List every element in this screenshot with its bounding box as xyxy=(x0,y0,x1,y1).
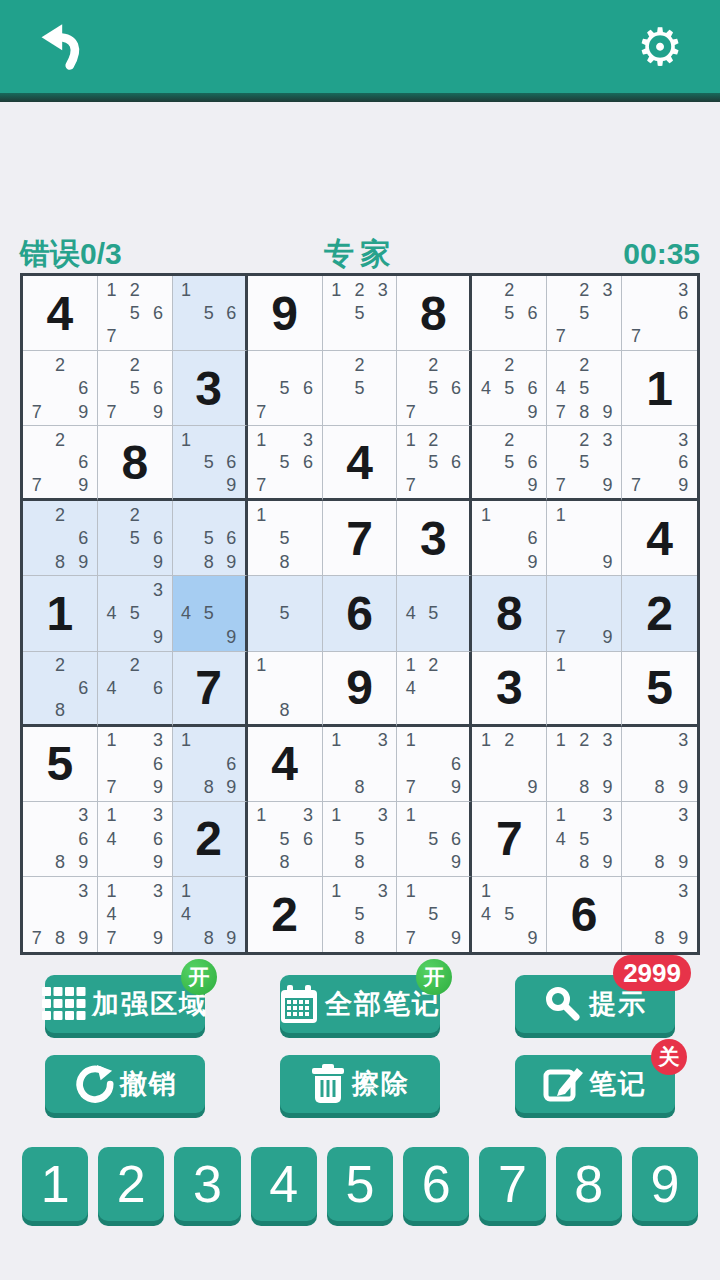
sudoku-board: 4125671569123582562357367267925679356725… xyxy=(20,273,700,955)
cell-r2c7[interactable]: 24569 xyxy=(472,351,547,426)
cell-notes: 13568 xyxy=(250,804,320,874)
difficulty-label: 专家 xyxy=(20,234,700,275)
cell-value: 9 xyxy=(248,276,322,350)
magnifier-icon xyxy=(543,984,583,1024)
cell-r1c9[interactable]: 367 xyxy=(622,276,697,351)
cell-r7c2[interactable]: 13679 xyxy=(98,727,173,802)
cell-notes: 138 xyxy=(325,729,395,799)
cell-notes: 169 xyxy=(474,503,544,573)
cell-r2c9[interactable]: 1 xyxy=(622,351,697,426)
cell-r4c7[interactable]: 169 xyxy=(472,501,547,576)
cell-value: 4 xyxy=(323,426,397,498)
cell-notes: 156 xyxy=(175,278,243,348)
cell-value: 2 xyxy=(248,877,322,952)
cell-value: 7 xyxy=(472,802,546,876)
hint-label: 提示 xyxy=(589,986,647,1022)
cell-r8c3[interactable]: 2 xyxy=(173,802,248,877)
cell-r9c6[interactable]: 1579 xyxy=(397,877,472,952)
cell-value: 5 xyxy=(23,727,97,801)
cell-r8c5[interactable]: 1358 xyxy=(323,802,398,877)
cell-r9c9[interactable]: 389 xyxy=(622,877,697,952)
appbar-shadow-strip xyxy=(0,93,720,102)
notes-mode-badge: 关 xyxy=(651,1039,687,1075)
cell-notes: 18 xyxy=(250,654,320,722)
cell-r1c6[interactable]: 8 xyxy=(397,276,472,351)
cell-r7c3[interactable]: 1689 xyxy=(173,727,248,802)
cell-notes: 3789 xyxy=(25,879,95,950)
cell-notes: 79 xyxy=(549,578,619,648)
cell-notes: 124 xyxy=(399,654,467,722)
strengthen-region-badge: 开 xyxy=(181,959,217,995)
cell-r5c3[interactable]: 459 xyxy=(173,576,248,651)
cell-r2c5[interactable]: 25 xyxy=(323,351,398,426)
cell-r2c6[interactable]: 2567 xyxy=(397,351,472,426)
cell-r1c5[interactable]: 1235 xyxy=(323,276,398,351)
cell-r1c3[interactable]: 156 xyxy=(173,276,248,351)
gear-icon: ⚙ xyxy=(637,21,684,73)
cell-r9c8[interactable]: 6 xyxy=(547,877,622,952)
cell-r2c2[interactable]: 25679 xyxy=(98,351,173,426)
all-notes-badge: 开 xyxy=(416,959,452,995)
cell-r3c1[interactable]: 2679 xyxy=(23,426,98,501)
cell-r8c9[interactable]: 389 xyxy=(622,802,697,877)
cell-notes: 2357 xyxy=(549,278,619,348)
cell-r7c6[interactable]: 1679 xyxy=(397,727,472,802)
calendar-icon xyxy=(279,984,319,1024)
cell-r1c7[interactable]: 256 xyxy=(472,276,547,351)
cell-r4c8[interactable]: 19 xyxy=(547,501,622,576)
undo-label: 撤销 xyxy=(120,1066,178,1102)
cell-r5c7[interactable]: 8 xyxy=(472,576,547,651)
numpad-5[interactable]: 5 xyxy=(327,1147,393,1221)
cell-r5c5[interactable]: 6 xyxy=(323,576,398,651)
cell-r6c2[interactable]: 246 xyxy=(98,652,173,727)
notes-mode-label: 笔记 xyxy=(589,1066,647,1102)
cell-r8c6[interactable]: 1569 xyxy=(397,802,472,877)
cell-notes: 3689 xyxy=(25,804,95,874)
erase-button[interactable]: 擦除 xyxy=(280,1055,440,1113)
numpad-8[interactable]: 8 xyxy=(556,1147,622,1221)
cell-r8c1[interactable]: 3689 xyxy=(23,802,98,877)
cell-r4c9[interactable]: 4 xyxy=(622,501,697,576)
cell-notes: 5689 xyxy=(175,503,243,573)
strengthen-region-button[interactable]: 加强区域 开 xyxy=(45,975,205,1033)
cell-notes: 2679 xyxy=(25,428,95,496)
cell-r4c6[interactable]: 3 xyxy=(397,501,472,576)
cell-notes: 1459 xyxy=(474,879,544,950)
cell-value: 5 xyxy=(622,652,697,724)
cell-r8c4[interactable]: 13568 xyxy=(248,802,323,877)
cell-notes: 2569 xyxy=(474,428,544,496)
cell-notes: 134589 xyxy=(549,804,619,874)
cell-notes: 13469 xyxy=(100,804,170,874)
cell-notes: 12567 xyxy=(100,278,170,348)
cell-r5c4[interactable]: 5 xyxy=(248,576,323,651)
cell-r2c1[interactable]: 2679 xyxy=(23,351,98,426)
cell-value: 2 xyxy=(622,576,697,650)
cell-r6c6[interactable]: 124 xyxy=(397,652,472,727)
cell-value: 2 xyxy=(173,802,245,876)
cell-value: 3 xyxy=(397,501,469,575)
cell-value: 8 xyxy=(98,426,172,498)
notes-mode-button[interactable]: 笔记 关 xyxy=(515,1055,675,1113)
cell-value: 9 xyxy=(323,652,397,724)
cell-notes: 1 xyxy=(549,654,619,722)
cell-value: 6 xyxy=(323,576,397,650)
cell-notes: 25679 xyxy=(100,353,170,423)
cell-value: 3 xyxy=(173,351,245,425)
cell-r5c6[interactable]: 45 xyxy=(397,576,472,651)
cell-notes: 45 xyxy=(399,578,467,648)
numpad-6[interactable]: 6 xyxy=(403,1147,469,1221)
cell-r9c5[interactable]: 1358 xyxy=(323,877,398,952)
all-notes-button[interactable]: 全部笔记 开 xyxy=(280,975,440,1033)
undo-icon xyxy=(72,1063,114,1105)
cell-notes: 12389 xyxy=(549,729,619,799)
cell-r3c3[interactable]: 1569 xyxy=(173,426,248,501)
cell-notes: 256 xyxy=(474,278,544,348)
cell-r8c2[interactable]: 13469 xyxy=(98,802,173,877)
cell-notes: 158 xyxy=(250,503,320,573)
cell-notes: 3679 xyxy=(624,428,695,496)
cell-notes: 268 xyxy=(25,654,95,722)
cell-r6c9[interactable]: 5 xyxy=(622,652,697,727)
cell-r1c8[interactable]: 2357 xyxy=(547,276,622,351)
cell-value: 4 xyxy=(248,727,322,801)
cell-value: 7 xyxy=(173,652,245,724)
numpad-3[interactable]: 3 xyxy=(174,1147,240,1221)
cell-r3c8[interactable]: 23579 xyxy=(547,426,622,501)
erase-label: 擦除 xyxy=(352,1066,410,1102)
cell-r7c4[interactable]: 4 xyxy=(248,727,323,802)
cell-value: 8 xyxy=(472,576,546,650)
app-bar: ⚙ xyxy=(0,0,720,93)
cell-r9c7[interactable]: 1459 xyxy=(472,877,547,952)
cell-r8c7[interactable]: 7 xyxy=(472,802,547,877)
cell-notes: 13679 xyxy=(100,729,170,799)
cell-r7c5[interactable]: 138 xyxy=(323,727,398,802)
cell-notes: 19 xyxy=(549,503,619,573)
cell-notes: 1679 xyxy=(399,729,467,799)
cell-notes: 25 xyxy=(325,353,395,423)
cell-value: 1 xyxy=(622,351,697,425)
cell-r5c1[interactable]: 1 xyxy=(23,576,98,651)
cell-notes: 12567 xyxy=(399,428,467,496)
back-icon xyxy=(34,21,86,73)
cell-r6c1[interactable]: 268 xyxy=(23,652,98,727)
cell-r3c5[interactable]: 4 xyxy=(323,426,398,501)
cell-r6c7[interactable]: 3 xyxy=(472,652,547,727)
cell-value: 3 xyxy=(472,652,546,724)
back-button[interactable] xyxy=(30,17,90,77)
cell-notes: 24569 xyxy=(474,353,544,423)
cell-notes: 1579 xyxy=(399,879,467,950)
cell-notes: 2567 xyxy=(399,353,467,423)
cell-r7c9[interactable]: 389 xyxy=(622,727,697,802)
numpad-7[interactable]: 7 xyxy=(479,1147,545,1221)
cell-r5c2[interactable]: 3459 xyxy=(98,576,173,651)
cell-r4c3[interactable]: 5689 xyxy=(173,501,248,576)
cell-r9c4[interactable]: 2 xyxy=(248,877,323,952)
cell-value: 6 xyxy=(547,877,621,952)
cell-notes: 389 xyxy=(624,879,695,950)
cell-notes: 1569 xyxy=(399,804,467,874)
cell-notes: 567 xyxy=(250,353,320,423)
cell-notes: 245789 xyxy=(549,353,619,423)
cell-r4c4[interactable]: 158 xyxy=(248,501,323,576)
settings-button[interactable]: ⚙ xyxy=(630,17,690,77)
hint-button[interactable]: 提示 2999 xyxy=(515,975,675,1033)
numpad-4[interactable]: 4 xyxy=(251,1147,317,1221)
cell-notes: 23579 xyxy=(549,428,619,496)
number-pad: 1 2 3 4 5 6 7 8 9 xyxy=(22,1147,698,1221)
cell-r6c5[interactable]: 9 xyxy=(323,652,398,727)
cell-notes: 13567 xyxy=(250,428,320,496)
numpad-2[interactable]: 2 xyxy=(98,1147,164,1221)
cell-notes: 1358 xyxy=(325,804,395,874)
cell-notes: 389 xyxy=(624,729,695,799)
cell-notes: 1689 xyxy=(175,729,243,799)
cell-notes: 246 xyxy=(100,654,170,722)
cell-r2c4[interactable]: 567 xyxy=(248,351,323,426)
cell-notes: 2679 xyxy=(25,353,95,423)
grid-icon xyxy=(42,987,86,1021)
cell-r7c1[interactable]: 5 xyxy=(23,727,98,802)
cell-notes: 1569 xyxy=(175,428,243,496)
cell-notes: 2569 xyxy=(100,503,170,573)
cell-r3c9[interactable]: 3679 xyxy=(622,426,697,501)
pencil-icon xyxy=(543,1064,583,1104)
cell-r7c7[interactable]: 129 xyxy=(472,727,547,802)
cell-r6c8[interactable]: 1 xyxy=(547,652,622,727)
hint-count-badge: 2999 xyxy=(613,955,691,991)
cell-r3c6[interactable]: 12567 xyxy=(397,426,472,501)
cell-notes: 3459 xyxy=(100,578,170,648)
cell-value: 7 xyxy=(323,501,397,575)
status-bar: 错误0/3 专家 00:35 xyxy=(20,234,700,270)
cell-r6c4[interactable]: 18 xyxy=(248,652,323,727)
undo-button[interactable]: 撤销 xyxy=(45,1055,205,1113)
cell-notes: 1235 xyxy=(325,278,395,348)
numpad-9[interactable]: 9 xyxy=(632,1147,698,1221)
cell-r1c4[interactable]: 9 xyxy=(248,276,323,351)
cell-r3c7[interactable]: 2569 xyxy=(472,426,547,501)
cell-notes: 367 xyxy=(624,278,695,348)
cell-r4c2[interactable]: 2569 xyxy=(98,501,173,576)
cell-r3c4[interactable]: 13567 xyxy=(248,426,323,501)
cell-r8c8[interactable]: 134589 xyxy=(547,802,622,877)
cell-notes: 5 xyxy=(250,578,320,648)
cell-r1c1[interactable]: 4 xyxy=(23,276,98,351)
cell-r6c3[interactable]: 7 xyxy=(173,652,248,727)
cell-r4c5[interactable]: 7 xyxy=(323,501,398,576)
cell-notes: 129 xyxy=(474,729,544,799)
cell-r3c2[interactable]: 8 xyxy=(98,426,173,501)
cell-r2c3[interactable]: 3 xyxy=(173,351,248,426)
cell-r2c8[interactable]: 245789 xyxy=(547,351,622,426)
cell-value: 4 xyxy=(23,276,97,350)
cell-r5c8[interactable]: 79 xyxy=(547,576,622,651)
cell-r1c2[interactable]: 12567 xyxy=(98,276,173,351)
cell-notes: 2689 xyxy=(25,503,95,573)
cell-value: 8 xyxy=(397,276,469,350)
numpad-1[interactable]: 1 xyxy=(22,1147,88,1221)
cell-r7c8[interactable]: 12389 xyxy=(547,727,622,802)
cell-notes: 389 xyxy=(624,804,695,874)
trash-icon xyxy=(310,1064,346,1104)
cell-notes: 1489 xyxy=(175,879,243,950)
cell-notes: 459 xyxy=(175,578,243,648)
cell-r9c2[interactable]: 13479 xyxy=(98,877,173,952)
cell-notes: 1358 xyxy=(325,879,395,950)
cell-r5c9[interactable]: 2 xyxy=(622,576,697,651)
cell-r4c1[interactable]: 2689 xyxy=(23,501,98,576)
cell-value: 4 xyxy=(622,501,697,575)
cell-value: 1 xyxy=(23,576,97,650)
cell-r9c3[interactable]: 1489 xyxy=(173,877,248,952)
cell-notes: 13479 xyxy=(100,879,170,950)
cell-r9c1[interactable]: 3789 xyxy=(23,877,98,952)
